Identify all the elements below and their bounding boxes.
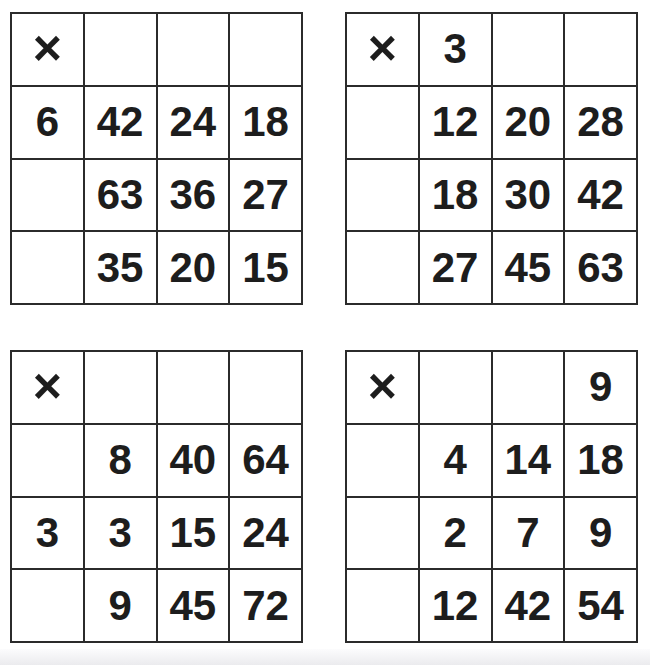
bottom-right-number-cell-r1c1: 4 — [420, 425, 493, 498]
top-right-number-cell-r3c1: 27 — [420, 232, 493, 305]
top-right-number-cell-r1c3: 28 — [565, 87, 638, 160]
bottom-right-number-cell-r1c2: 14 — [493, 425, 566, 498]
bottom-right-number-cell-r0c3: 9 — [565, 352, 638, 425]
top-right-empty-cell-r2c0 — [347, 160, 420, 233]
bottom-right-number-cell-r3c2: 42 — [493, 570, 566, 643]
top-left-operator-cell-r0c0: × — [12, 14, 85, 87]
bottom-left-number-cell-r3c1: 9 — [85, 570, 158, 643]
bottom-left-empty-cell-r0c2 — [158, 352, 231, 425]
top-left-number-cell-r1c0: 6 — [12, 87, 85, 160]
top-left-number-cell-r2c1: 63 — [85, 160, 158, 233]
bottom-right-empty-cell-r0c1 — [420, 352, 493, 425]
top-right-number-cell-r0c1: 3 — [420, 14, 493, 87]
bottom-right-empty-cell-r3c0 — [347, 570, 420, 643]
bottom-left-number-cell-r2c0: 3 — [12, 498, 85, 571]
top-left-number-cell-r3c3: 15 — [230, 232, 303, 305]
bottom-right-number-cell-r2c2: 7 — [493, 498, 566, 571]
top-left-empty-cell-r0c1 — [85, 14, 158, 87]
page-bottom-strip — [0, 649, 650, 665]
bottom-right-number-cell-r1c3: 18 — [565, 425, 638, 498]
bottom-right-operator-cell-r0c0: × — [347, 352, 420, 425]
multiplication-worksheet: ×6422418633627352015 ×312202818304227456… — [0, 0, 650, 665]
top-left-empty-cell-r3c0 — [12, 232, 85, 305]
top-left-number-cell-r3c1: 35 — [85, 232, 158, 305]
bottom-left-number-cell-r1c3: 64 — [230, 425, 303, 498]
bottom-left-number-cell-r2c2: 15 — [158, 498, 231, 571]
top-right-empty-cell-r0c3 — [565, 14, 638, 87]
bottom-left-number-cell-r3c3: 72 — [230, 570, 303, 643]
top-left-empty-cell-r0c2 — [158, 14, 231, 87]
bottom-right-number-cell-r3c1: 12 — [420, 570, 493, 643]
top-left-number-cell-r2c3: 27 — [230, 160, 303, 233]
top-left-empty-cell-r2c0 — [12, 160, 85, 233]
grid-bottom-left: ×8406433152494572 — [10, 350, 303, 643]
grid-bottom-right: ×941418279124254 — [345, 350, 638, 643]
bottom-right-number-cell-r3c3: 54 — [565, 570, 638, 643]
bottom-right-empty-cell-r0c2 — [493, 352, 566, 425]
top-right-number-cell-r2c3: 42 — [565, 160, 638, 233]
grid-top-left: ×6422418633627352015 — [10, 12, 303, 305]
top-left-empty-cell-r0c3 — [230, 14, 303, 87]
bottom-right-number-cell-r2c1: 2 — [420, 498, 493, 571]
bottom-left-number-cell-r1c1: 8 — [85, 425, 158, 498]
top-right-empty-cell-r3c0 — [347, 232, 420, 305]
bottom-right-number-cell-r2c3: 9 — [565, 498, 638, 571]
bottom-left-empty-cell-r0c3 — [230, 352, 303, 425]
top-right-number-cell-r1c2: 20 — [493, 87, 566, 160]
top-right-operator-cell-r0c0: × — [347, 14, 420, 87]
top-left-number-cell-r1c2: 24 — [158, 87, 231, 160]
bottom-left-number-cell-r1c2: 40 — [158, 425, 231, 498]
top-right-number-cell-r2c1: 18 — [420, 160, 493, 233]
top-left-number-cell-r3c2: 20 — [158, 232, 231, 305]
top-right-number-cell-r3c3: 63 — [565, 232, 638, 305]
top-right-empty-cell-r1c0 — [347, 87, 420, 160]
top-right-number-cell-r3c2: 45 — [493, 232, 566, 305]
bottom-left-empty-cell-r1c0 — [12, 425, 85, 498]
grid-top-right: ×3122028183042274563 — [345, 12, 638, 305]
bottom-left-empty-cell-r0c1 — [85, 352, 158, 425]
top-left-number-cell-r1c3: 18 — [230, 87, 303, 160]
top-right-number-cell-r2c2: 30 — [493, 160, 566, 233]
bottom-left-number-cell-r2c3: 24 — [230, 498, 303, 571]
top-left-number-cell-r2c2: 36 — [158, 160, 231, 233]
bottom-left-number-cell-r3c2: 45 — [158, 570, 231, 643]
bottom-left-empty-cell-r3c0 — [12, 570, 85, 643]
bottom-right-empty-cell-r2c0 — [347, 498, 420, 571]
bottom-right-empty-cell-r1c0 — [347, 425, 420, 498]
top-left-number-cell-r1c1: 42 — [85, 87, 158, 160]
bottom-left-operator-cell-r0c0: × — [12, 352, 85, 425]
top-right-empty-cell-r0c2 — [493, 14, 566, 87]
top-right-number-cell-r1c1: 12 — [420, 87, 493, 160]
bottom-left-number-cell-r2c1: 3 — [85, 498, 158, 571]
